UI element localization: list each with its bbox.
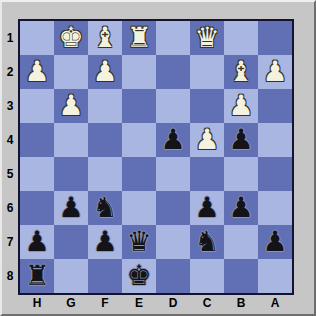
- square-e5[interactable]: [122, 157, 156, 191]
- piece-white-pawn[interactable]: ♟: [88, 55, 122, 89]
- square-g2[interactable]: [54, 55, 88, 89]
- square-c8[interactable]: [190, 259, 224, 293]
- square-b8[interactable]: [224, 259, 258, 293]
- square-a3[interactable]: [258, 89, 292, 123]
- square-b7[interactable]: [224, 225, 258, 259]
- piece-white-pawn[interactable]: ♟: [20, 55, 54, 89]
- square-a6[interactable]: [258, 191, 292, 225]
- square-h3[interactable]: [20, 89, 54, 123]
- square-e8[interactable]: ♚: [122, 259, 156, 293]
- square-d5[interactable]: [156, 157, 190, 191]
- piece-white-bishop[interactable]: ♝: [224, 55, 258, 89]
- square-d8[interactable]: [156, 259, 190, 293]
- square-f4[interactable]: [88, 123, 122, 157]
- file-label-b: B: [224, 293, 258, 313]
- square-c7[interactable]: ♞: [190, 225, 224, 259]
- square-e2[interactable]: [122, 55, 156, 89]
- square-g4[interactable]: [54, 123, 88, 157]
- square-g6[interactable]: ♟: [54, 191, 88, 225]
- square-c4[interactable]: ♟: [190, 123, 224, 157]
- square-a1[interactable]: [258, 21, 292, 55]
- square-f7[interactable]: ♟: [88, 225, 122, 259]
- square-g3[interactable]: ♟: [54, 89, 88, 123]
- square-d4[interactable]: ♟: [156, 123, 190, 157]
- file-label-f: F: [88, 293, 122, 313]
- square-a5[interactable]: [258, 157, 292, 191]
- piece-white-pawn[interactable]: ♟: [224, 89, 258, 123]
- piece-black-pawn[interactable]: ♟: [54, 191, 88, 225]
- file-labels: HGFEDCBA: [20, 293, 292, 313]
- rank-label-5: 5: [2, 157, 18, 191]
- piece-black-knight[interactable]: ♞: [190, 225, 224, 259]
- square-g8[interactable]: [54, 259, 88, 293]
- rank-label-6: 6: [2, 191, 18, 225]
- square-e4[interactable]: [122, 123, 156, 157]
- rank-label-4: 4: [2, 123, 18, 157]
- file-label-a: A: [258, 293, 292, 313]
- file-label-e: E: [122, 293, 156, 313]
- piece-black-king[interactable]: ♚: [122, 259, 156, 293]
- square-g1[interactable]: ♚: [54, 21, 88, 55]
- square-g7[interactable]: [54, 225, 88, 259]
- file-label-g: G: [54, 293, 88, 313]
- piece-black-knight[interactable]: ♞: [88, 191, 122, 225]
- piece-white-pawn[interactable]: ♟: [258, 55, 292, 89]
- square-c2[interactable]: [190, 55, 224, 89]
- square-e1[interactable]: ♜: [122, 21, 156, 55]
- square-b6[interactable]: ♟: [224, 191, 258, 225]
- square-b4[interactable]: ♟: [224, 123, 258, 157]
- piece-white-queen[interactable]: ♛: [190, 21, 224, 55]
- square-a8[interactable]: [258, 259, 292, 293]
- piece-black-pawn[interactable]: ♟: [224, 191, 258, 225]
- square-f3[interactable]: [88, 89, 122, 123]
- piece-black-pawn[interactable]: ♟: [20, 225, 54, 259]
- square-f6[interactable]: ♞: [88, 191, 122, 225]
- square-h1[interactable]: [20, 21, 54, 55]
- square-h7[interactable]: ♟: [20, 225, 54, 259]
- square-e7[interactable]: ♛: [122, 225, 156, 259]
- rank-label-3: 3: [2, 89, 18, 123]
- square-a2[interactable]: ♟: [258, 55, 292, 89]
- square-d6[interactable]: [156, 191, 190, 225]
- square-h6[interactable]: [20, 191, 54, 225]
- rank-labels: 12345678: [2, 21, 18, 293]
- square-f8[interactable]: [88, 259, 122, 293]
- square-d1[interactable]: [156, 21, 190, 55]
- piece-black-queen[interactable]: ♛: [122, 225, 156, 259]
- square-c5[interactable]: [190, 157, 224, 191]
- square-c6[interactable]: ♟: [190, 191, 224, 225]
- square-d7[interactable]: [156, 225, 190, 259]
- file-label-d: D: [156, 293, 190, 313]
- piece-black-pawn[interactable]: ♟: [224, 123, 258, 157]
- square-d2[interactable]: [156, 55, 190, 89]
- square-e6[interactable]: [122, 191, 156, 225]
- piece-white-pawn[interactable]: ♟: [190, 123, 224, 157]
- square-a7[interactable]: ♟: [258, 225, 292, 259]
- square-f2[interactable]: ♟: [88, 55, 122, 89]
- rank-label-2: 2: [2, 55, 18, 89]
- square-h4[interactable]: [20, 123, 54, 157]
- piece-black-pawn[interactable]: ♟: [258, 225, 292, 259]
- square-f1[interactable]: ♝: [88, 21, 122, 55]
- square-a4[interactable]: [258, 123, 292, 157]
- piece-black-pawn[interactable]: ♟: [190, 191, 224, 225]
- square-b1[interactable]: [224, 21, 258, 55]
- piece-black-rook[interactable]: ♜: [20, 259, 54, 293]
- square-h8[interactable]: ♜: [20, 259, 54, 293]
- file-label-h: H: [20, 293, 54, 313]
- square-h5[interactable]: [20, 157, 54, 191]
- piece-white-rook[interactable]: ♜: [122, 21, 156, 55]
- chess-board: ♚♝♜♛♟♟♝♟♟♟♟♟♟♟♞♟♟♟♟♛♞♟♜♚: [18, 19, 294, 295]
- piece-white-bishop[interactable]: ♝: [88, 21, 122, 55]
- square-f5[interactable]: [88, 157, 122, 191]
- square-c1[interactable]: ♛: [190, 21, 224, 55]
- square-b5[interactable]: [224, 157, 258, 191]
- rank-label-7: 7: [2, 225, 18, 259]
- square-b3[interactable]: ♟: [224, 89, 258, 123]
- square-g5[interactable]: [54, 157, 88, 191]
- square-d3[interactable]: [156, 89, 190, 123]
- piece-white-king[interactable]: ♚: [54, 21, 88, 55]
- piece-white-pawn[interactable]: ♟: [54, 89, 88, 123]
- rank-label-8: 8: [2, 259, 18, 293]
- piece-black-pawn[interactable]: ♟: [156, 123, 190, 157]
- file-label-c: C: [190, 293, 224, 313]
- rank-label-1: 1: [2, 21, 18, 55]
- square-b2[interactable]: ♝: [224, 55, 258, 89]
- square-e3[interactable]: [122, 89, 156, 123]
- piece-black-pawn[interactable]: ♟: [88, 225, 122, 259]
- board-frame: 12345678 ♚♝♜♛♟♟♝♟♟♟♟♟♟♟♞♟♟♟♟♛♞♟♜♚ HGFEDC…: [0, 0, 316, 316]
- square-h2[interactable]: ♟: [20, 55, 54, 89]
- square-c3[interactable]: [190, 89, 224, 123]
